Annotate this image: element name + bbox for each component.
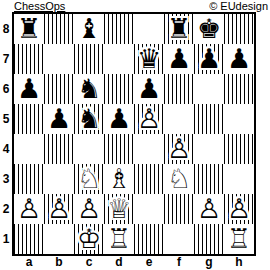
square-b2[interactable]: ♟♙ bbox=[44, 194, 74, 224]
square-a4[interactable] bbox=[14, 134, 44, 164]
square-a2[interactable]: ♟♙ bbox=[14, 194, 44, 224]
square-d1[interactable]: ♜♖ bbox=[104, 224, 134, 254]
square-e1[interactable] bbox=[134, 224, 164, 254]
rank-label-1: 1 bbox=[0, 224, 12, 254]
piece-glyph: ♛ bbox=[134, 44, 164, 74]
piece-black-pawn[interactable]: ♟♟ bbox=[104, 104, 134, 134]
piece-black-rook[interactable]: ♜♜ bbox=[14, 14, 44, 44]
square-g8[interactable]: ♚♚ bbox=[194, 14, 224, 44]
file-label-e: e bbox=[134, 256, 164, 269]
piece-glyph: ♟ bbox=[224, 44, 254, 74]
square-d7[interactable] bbox=[104, 44, 134, 74]
rank-label-6: 6 bbox=[0, 74, 12, 104]
piece-white-pawn[interactable]: ♟♙ bbox=[74, 194, 104, 224]
piece-white-pawn[interactable]: ♟♙ bbox=[194, 194, 224, 224]
square-b4[interactable] bbox=[44, 134, 74, 164]
file-label-h: h bbox=[224, 256, 254, 269]
square-d5[interactable]: ♟♟ bbox=[104, 104, 134, 134]
piece-glyph: ♙ bbox=[14, 194, 44, 224]
piece-glyph: ♖ bbox=[104, 224, 134, 254]
piece-glyph: ♟ bbox=[134, 74, 164, 104]
file-label-f: f bbox=[164, 256, 194, 269]
chess-board: ♜♜♝♝♜♜♚♚♛♛♟♟♟♟♟♟♟♟♞♞♟♟♟♟♞♞♟♟♟♙♟♙♞♘♝♗♞♘♟♙… bbox=[12, 12, 256, 256]
square-f4[interactable]: ♟♙ bbox=[164, 134, 194, 164]
piece-black-pawn[interactable]: ♟♟ bbox=[44, 104, 74, 134]
square-h8[interactable] bbox=[224, 14, 254, 44]
square-f6[interactable] bbox=[164, 74, 194, 104]
piece-glyph: ♞ bbox=[74, 74, 104, 104]
square-c7[interactable] bbox=[74, 44, 104, 74]
square-a1[interactable] bbox=[14, 224, 44, 254]
piece-white-pawn[interactable]: ♟♙ bbox=[224, 194, 254, 224]
piece-white-knight[interactable]: ♞♘ bbox=[74, 164, 104, 194]
file-labels: abcdefgh bbox=[14, 256, 254, 269]
square-h5[interactable] bbox=[224, 104, 254, 134]
file-label-b: b bbox=[44, 256, 74, 269]
rank-label-2: 2 bbox=[0, 194, 12, 224]
piece-glyph: ♜ bbox=[14, 14, 44, 44]
piece-black-king[interactable]: ♚♚ bbox=[194, 14, 224, 44]
square-f8[interactable]: ♜♜ bbox=[164, 14, 194, 44]
file-label-c: c bbox=[74, 256, 104, 269]
square-a3[interactable] bbox=[14, 164, 44, 194]
square-f5[interactable] bbox=[164, 104, 194, 134]
rank-label-5: 5 bbox=[0, 104, 12, 134]
file-label-g: g bbox=[194, 256, 224, 269]
rank-label-3: 3 bbox=[0, 164, 12, 194]
piece-glyph: ♙ bbox=[134, 104, 164, 134]
square-e5[interactable]: ♟♙ bbox=[134, 104, 164, 134]
piece-glyph: ♖ bbox=[224, 224, 254, 254]
piece-glyph: ♟ bbox=[104, 104, 134, 134]
piece-glyph: ♙ bbox=[164, 134, 194, 164]
piece-glyph: ♟ bbox=[14, 74, 44, 104]
piece-glyph: ♝ bbox=[74, 14, 104, 44]
square-a8[interactable]: ♜♜ bbox=[14, 14, 44, 44]
piece-white-king[interactable]: ♚♔ bbox=[74, 224, 104, 254]
piece-glyph: ♙ bbox=[74, 194, 104, 224]
square-d8[interactable] bbox=[104, 14, 134, 44]
piece-black-knight[interactable]: ♞♞ bbox=[74, 74, 104, 104]
square-e7[interactable]: ♛♛ bbox=[134, 44, 164, 74]
square-b6[interactable] bbox=[44, 74, 74, 104]
square-h3[interactable] bbox=[224, 164, 254, 194]
square-g7[interactable]: ♟♟ bbox=[194, 44, 224, 74]
piece-black-queen[interactable]: ♛♛ bbox=[134, 44, 164, 74]
square-a5[interactable] bbox=[14, 104, 44, 134]
square-d2[interactable]: ♛♕ bbox=[104, 194, 134, 224]
piece-white-bishop[interactable]: ♝♗ bbox=[104, 164, 134, 194]
square-c5[interactable]: ♞♞ bbox=[74, 104, 104, 134]
piece-white-pawn[interactable]: ♟♙ bbox=[134, 104, 164, 134]
piece-glyph: ♟ bbox=[44, 104, 74, 134]
piece-glyph: ♔ bbox=[74, 224, 104, 254]
square-f1[interactable] bbox=[164, 224, 194, 254]
piece-white-pawn[interactable]: ♟♙ bbox=[164, 134, 194, 164]
rank-label-8: 8 bbox=[0, 14, 12, 44]
square-c2[interactable]: ♟♙ bbox=[74, 194, 104, 224]
square-b8[interactable] bbox=[44, 14, 74, 44]
piece-glyph: ♜ bbox=[164, 14, 194, 44]
square-b5[interactable]: ♟♟ bbox=[44, 104, 74, 134]
file-label-a: a bbox=[14, 256, 44, 269]
board-grid: ♜♜♝♝♜♜♚♚♛♛♟♟♟♟♟♟♟♟♞♞♟♟♟♟♞♞♟♟♟♙♟♙♞♘♝♗♞♘♟♙… bbox=[14, 14, 254, 254]
piece-glyph: ♚ bbox=[194, 14, 224, 44]
square-f3[interactable]: ♞♘ bbox=[164, 164, 194, 194]
piece-black-pawn[interactable]: ♟♟ bbox=[164, 44, 194, 74]
square-f2[interactable] bbox=[164, 194, 194, 224]
rank-labels: 87654321 bbox=[0, 14, 12, 254]
file-label-d: d bbox=[104, 256, 134, 269]
piece-glyph: ♟ bbox=[194, 44, 224, 74]
piece-black-rook[interactable]: ♜♜ bbox=[164, 14, 194, 44]
piece-glyph: ♕ bbox=[104, 194, 134, 224]
square-g1[interactable] bbox=[194, 224, 224, 254]
square-e2[interactable] bbox=[134, 194, 164, 224]
square-e3[interactable] bbox=[134, 164, 164, 194]
square-a6[interactable]: ♟♟ bbox=[14, 74, 44, 104]
piece-glyph: ♙ bbox=[194, 194, 224, 224]
piece-white-pawn[interactable]: ♟♙ bbox=[44, 194, 74, 224]
piece-white-queen[interactable]: ♛♕ bbox=[104, 194, 134, 224]
rank-label-7: 7 bbox=[0, 44, 12, 74]
square-d4[interactable] bbox=[104, 134, 134, 164]
square-c1[interactable]: ♚♔ bbox=[74, 224, 104, 254]
square-h2[interactable]: ♟♙ bbox=[224, 194, 254, 224]
piece-glyph: ♞ bbox=[74, 104, 104, 134]
square-c8[interactable]: ♝♝ bbox=[74, 14, 104, 44]
square-g2[interactable]: ♟♙ bbox=[194, 194, 224, 224]
piece-glyph: ♗ bbox=[104, 164, 134, 194]
square-e6[interactable]: ♟♟ bbox=[134, 74, 164, 104]
piece-glyph: ♘ bbox=[164, 164, 194, 194]
piece-black-knight[interactable]: ♞♞ bbox=[74, 104, 104, 134]
square-h1[interactable]: ♜♖ bbox=[224, 224, 254, 254]
square-b1[interactable] bbox=[44, 224, 74, 254]
piece-white-rook[interactable]: ♜♖ bbox=[104, 224, 134, 254]
app-title: ChessOps bbox=[14, 0, 65, 12]
square-e8[interactable] bbox=[134, 14, 164, 44]
piece-white-pawn[interactable]: ♟♙ bbox=[14, 194, 44, 224]
piece-glyph: ♙ bbox=[44, 194, 74, 224]
square-f7[interactable]: ♟♟ bbox=[164, 44, 194, 74]
piece-black-pawn[interactable]: ♟♟ bbox=[194, 44, 224, 74]
square-g5[interactable] bbox=[194, 104, 224, 134]
piece-white-knight[interactable]: ♞♘ bbox=[164, 164, 194, 194]
square-c6[interactable]: ♞♞ bbox=[74, 74, 104, 104]
piece-glyph: ♟ bbox=[164, 44, 194, 74]
square-g4[interactable] bbox=[194, 134, 224, 164]
square-b7[interactable] bbox=[44, 44, 74, 74]
piece-white-rook[interactable]: ♜♖ bbox=[224, 224, 254, 254]
square-g6[interactable] bbox=[194, 74, 224, 104]
square-c3[interactable]: ♞♘ bbox=[74, 164, 104, 194]
square-d6[interactable] bbox=[104, 74, 134, 104]
copyright-label: © EUdesign bbox=[209, 0, 268, 12]
piece-glyph: ♘ bbox=[74, 164, 104, 194]
rank-label-4: 4 bbox=[0, 134, 12, 164]
piece-black-pawn[interactable]: ♟♟ bbox=[14, 74, 44, 104]
piece-black-pawn[interactable]: ♟♟ bbox=[134, 74, 164, 104]
square-g3[interactable] bbox=[194, 164, 224, 194]
square-h7[interactable]: ♟♟ bbox=[224, 44, 254, 74]
square-d3[interactable]: ♝♗ bbox=[104, 164, 134, 194]
square-h4[interactable] bbox=[224, 134, 254, 164]
square-c4[interactable] bbox=[74, 134, 104, 164]
piece-black-pawn[interactable]: ♟♟ bbox=[224, 44, 254, 74]
square-b3[interactable] bbox=[44, 164, 74, 194]
piece-black-bishop[interactable]: ♝♝ bbox=[74, 14, 104, 44]
piece-glyph: ♙ bbox=[224, 194, 254, 224]
square-h6[interactable] bbox=[224, 74, 254, 104]
square-e4[interactable] bbox=[134, 134, 164, 164]
square-a7[interactable] bbox=[14, 44, 44, 74]
